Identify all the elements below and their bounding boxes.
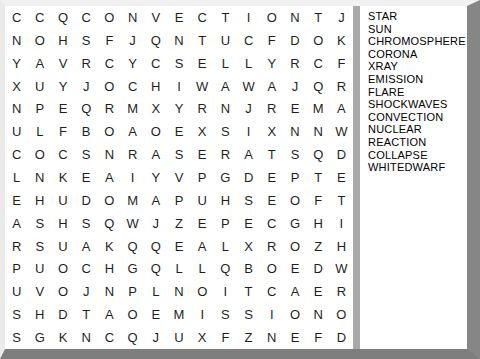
grid-cell[interactable]: H: [307, 212, 330, 235]
grid-cell[interactable]: G: [283, 212, 306, 235]
grid-cell[interactable]: E: [191, 52, 214, 75]
grid-cell[interactable]: D: [51, 303, 74, 326]
grid-cell[interactable]: B: [75, 120, 98, 143]
grid-cell[interactable]: H: [28, 303, 51, 326]
grid-cell[interactable]: F: [260, 29, 283, 52]
grid-cell[interactable]: O: [98, 120, 121, 143]
word-list-item: SHOCKWAVES: [368, 98, 467, 111]
grid-cell[interactable]: A: [283, 280, 306, 303]
grid-cell[interactable]: I: [191, 303, 214, 326]
grid-cell[interactable]: X: [237, 235, 260, 258]
grid-cell[interactable]: P: [121, 280, 144, 303]
grid-cell[interactable]: E: [75, 166, 98, 189]
grid-cell[interactable]: S: [5, 326, 28, 349]
word-list-item: COLLAPSE: [368, 149, 467, 162]
grid-cell[interactable]: P: [28, 97, 51, 120]
grid-cell[interactable]: N: [28, 166, 51, 189]
grid-cell[interactable]: A: [98, 166, 121, 189]
word-search-window: CCQCONVECTIONTJNOHSFJQNTUCFDOKYAVRCYCSEL…: [0, 0, 480, 359]
grid-cell[interactable]: P: [5, 258, 28, 281]
grid-cell[interactable]: E: [5, 189, 28, 212]
grid-cell[interactable]: W: [330, 120, 353, 143]
grid-cell[interactable]: H: [144, 75, 167, 98]
grid-cell[interactable]: M: [307, 97, 330, 120]
grid-cell[interactable]: X: [5, 75, 28, 98]
grid-cell[interactable]: U: [214, 29, 237, 52]
grid-cell[interactable]: F: [307, 189, 330, 212]
grid-cell[interactable]: U: [5, 120, 28, 143]
grid-cell[interactable]: X: [191, 120, 214, 143]
grid-cell[interactable]: J: [237, 97, 260, 120]
panel-divider: [353, 6, 360, 349]
grid-cell[interactable]: E: [191, 143, 214, 166]
grid-cell[interactable]: C: [121, 75, 144, 98]
grid-cell[interactable]: Z: [167, 212, 190, 235]
grid-cell[interactable]: A: [98, 303, 121, 326]
grid-cell[interactable]: L: [167, 258, 190, 281]
grid-cell[interactable]: R: [75, 52, 98, 75]
grid-cell[interactable]: A: [5, 212, 28, 235]
grid-cell[interactable]: R: [330, 75, 353, 98]
grid-cell[interactable]: U: [51, 189, 74, 212]
grid-cell[interactable]: J: [283, 75, 306, 98]
grid-cell[interactable]: E: [330, 166, 353, 189]
grid-cell[interactable]: J: [75, 75, 98, 98]
grid-cell[interactable]: O: [28, 29, 51, 52]
grid-cell[interactable]: K: [98, 235, 121, 258]
grid-cell[interactable]: X: [260, 120, 283, 143]
grid-cell[interactable]: D: [330, 326, 353, 349]
grid-cell[interactable]: G: [214, 166, 237, 189]
grid-cell[interactable]: A: [144, 143, 167, 166]
grid-cell[interactable]: N: [167, 29, 190, 52]
grid-cell[interactable]: E: [283, 258, 306, 281]
grid-cell[interactable]: E: [167, 120, 190, 143]
grid-cell[interactable]: O: [330, 303, 353, 326]
grid-cell[interactable]: E: [144, 303, 167, 326]
grid-cell[interactable]: U: [28, 75, 51, 98]
grid-cell[interactable]: F: [307, 326, 330, 349]
grid-cell[interactable]: Q: [51, 6, 74, 29]
grid-cell[interactable]: W: [330, 258, 353, 281]
word-list-item: NUCLEAR: [368, 123, 467, 136]
grid-cell[interactable]: O: [51, 258, 74, 281]
grid-cell[interactable]: N: [260, 326, 283, 349]
grid-cell[interactable]: O: [260, 258, 283, 281]
grid-cell[interactable]: J: [330, 6, 353, 29]
grid-cell[interactable]: E: [260, 189, 283, 212]
grid-cell[interactable]: D: [330, 143, 353, 166]
grid-cell[interactable]: N: [98, 280, 121, 303]
grid-cell[interactable]: N: [214, 97, 237, 120]
grid-cell[interactable]: E: [191, 212, 214, 235]
grid-cell[interactable]: L: [144, 280, 167, 303]
grid-cell[interactable]: N: [75, 326, 98, 349]
grid-cell[interactable]: A: [28, 52, 51, 75]
grid-cell[interactable]: Q: [214, 258, 237, 281]
grid-cell[interactable]: S: [75, 29, 98, 52]
grid-cell[interactable]: V: [144, 6, 167, 29]
grid-cell[interactable]: O: [98, 6, 121, 29]
grid-cell[interactable]: I: [237, 6, 260, 29]
grid-cell[interactable]: I: [237, 120, 260, 143]
grid-cell[interactable]: U: [167, 326, 190, 349]
grid-cell[interactable]: N: [5, 97, 28, 120]
grid-cell[interactable]: J: [121, 29, 144, 52]
grid-cell[interactable]: N: [307, 120, 330, 143]
grid-cell[interactable]: A: [330, 97, 353, 120]
grid-cell[interactable]: Z: [237, 326, 260, 349]
grid-cell[interactable]: U: [51, 235, 74, 258]
grid-cell[interactable]: Y: [144, 166, 167, 189]
word-list-item: WHITEDWARF: [368, 161, 467, 174]
grid-cell[interactable]: M: [121, 189, 144, 212]
grid-cell[interactable]: S: [283, 143, 306, 166]
grid-cell[interactable]: C: [307, 52, 330, 75]
grid-cell[interactable]: O: [283, 235, 306, 258]
grid-cell[interactable]: D: [283, 29, 306, 52]
grid-cell[interactable]: F: [214, 326, 237, 349]
grid-cell[interactable]: R: [121, 143, 144, 166]
grid-cell[interactable]: G: [28, 326, 51, 349]
grid-cell[interactable]: U: [28, 258, 51, 281]
grid-cell[interactable]: G: [121, 258, 144, 281]
grid-cell[interactable]: B: [237, 258, 260, 281]
grid-cell[interactable]: S: [237, 189, 260, 212]
grid-cell[interactable]: E: [237, 212, 260, 235]
grid-cell[interactable]: O: [51, 280, 74, 303]
grid-cell[interactable]: O: [144, 120, 167, 143]
grid-cell[interactable]: L: [5, 166, 28, 189]
grid-cell[interactable]: N: [283, 6, 306, 29]
grid-cell[interactable]: P: [283, 166, 306, 189]
grid-cell[interactable]: F: [98, 29, 121, 52]
grid-cell[interactable]: S: [75, 143, 98, 166]
grid-cell[interactable]: H: [51, 29, 74, 52]
grid-cell[interactable]: A: [121, 120, 144, 143]
grid-cell[interactable]: Z: [307, 235, 330, 258]
grid-cell[interactable]: R: [191, 97, 214, 120]
grid-cell[interactable]: L: [191, 258, 214, 281]
grid-cell[interactable]: O: [283, 303, 306, 326]
grid-cell[interactable]: A: [237, 143, 260, 166]
grid-cell[interactable]: E: [283, 97, 306, 120]
letter-grid: CCQCONVECTIONTJNOHSFJQNTUCFDOKYAVRCYCSEL…: [5, 6, 353, 349]
grid-cell[interactable]: S: [28, 212, 51, 235]
grid-cell[interactable]: E: [167, 6, 190, 29]
grid-cell[interactable]: D: [237, 166, 260, 189]
word-list-item: CONVECTION: [368, 111, 467, 124]
grid-cell[interactable]: Y: [167, 97, 190, 120]
grid-cell[interactable]: T: [330, 189, 353, 212]
grid-cell[interactable]: C: [75, 258, 98, 281]
grid-cell[interactable]: E: [260, 166, 283, 189]
grid-cell[interactable]: C: [237, 29, 260, 52]
grid-cell[interactable]: O: [191, 280, 214, 303]
grid-cell[interactable]: C: [191, 6, 214, 29]
grid-cell[interactable]: N: [283, 120, 306, 143]
grid-cell[interactable]: L: [28, 120, 51, 143]
grid-cell[interactable]: A: [144, 189, 167, 212]
grid-cell[interactable]: S: [167, 143, 190, 166]
grid-cell[interactable]: S: [5, 303, 28, 326]
grid-cell[interactable]: Y: [260, 52, 283, 75]
grid-cell[interactable]: W: [191, 75, 214, 98]
grid-cell[interactable]: N: [5, 29, 28, 52]
grid-cell[interactable]: D: [307, 258, 330, 281]
grid-cell[interactable]: J: [144, 326, 167, 349]
grid-cell[interactable]: L: [237, 52, 260, 75]
grid-cell[interactable]: H: [98, 258, 121, 281]
grid-cell[interactable]: R: [260, 97, 283, 120]
grid-cell[interactable]: O: [98, 189, 121, 212]
grid-cell[interactable]: T: [237, 280, 260, 303]
grid-cell[interactable]: N: [307, 303, 330, 326]
grid-cell[interactable]: O: [307, 29, 330, 52]
grid-cell[interactable]: C: [144, 52, 167, 75]
grid-cell[interactable]: Q: [307, 143, 330, 166]
grid-cell[interactable]: J: [144, 212, 167, 235]
word-list-item: CHROMOSPHERE: [368, 35, 467, 48]
word-list-item: XRAY: [368, 60, 467, 73]
grid-cell[interactable]: S: [237, 303, 260, 326]
grid-cell[interactable]: S: [167, 52, 190, 75]
grid-cell[interactable]: T: [260, 143, 283, 166]
grid-cell[interactable]: W: [121, 212, 144, 235]
grid-cell[interactable]: T: [191, 29, 214, 52]
grid-cell[interactable]: E: [283, 326, 306, 349]
grid-cell[interactable]: L: [214, 52, 237, 75]
grid-cell[interactable]: Q: [144, 29, 167, 52]
grid-cell[interactable]: C: [28, 6, 51, 29]
word-list-item: STAR: [368, 10, 467, 23]
grid-cell[interactable]: W: [237, 75, 260, 98]
grid-cell[interactable]: X: [191, 326, 214, 349]
grid-cell[interactable]: R: [330, 280, 353, 303]
grid-cell[interactable]: P: [167, 189, 190, 212]
grid-cell[interactable]: R: [283, 52, 306, 75]
grid-cell[interactable]: Y: [5, 52, 28, 75]
grid-cell[interactable]: Y: [121, 52, 144, 75]
grid-cell[interactable]: C: [260, 280, 283, 303]
grid-cell[interactable]: E: [167, 235, 190, 258]
grid-cell[interactable]: U: [191, 189, 214, 212]
grid-cell[interactable]: C: [5, 6, 28, 29]
grid-cell[interactable]: A: [260, 75, 283, 98]
grid-cell[interactable]: O: [28, 143, 51, 166]
grid-cell[interactable]: N: [121, 6, 144, 29]
grid-cell[interactable]: F: [330, 52, 353, 75]
grid-cell[interactable]: I: [121, 166, 144, 189]
grid-cell[interactable]: F: [51, 120, 74, 143]
grid-cell[interactable]: A: [75, 235, 98, 258]
grid-cell[interactable]: Q: [144, 235, 167, 258]
grid-cell[interactable]: Q: [121, 235, 144, 258]
word-list-item: EMISSION: [368, 73, 467, 86]
grid-cell[interactable]: P: [214, 212, 237, 235]
grid-cell[interactable]: E: [51, 97, 74, 120]
grid-cell[interactable]: Q: [121, 326, 144, 349]
grid-cell[interactable]: R: [214, 143, 237, 166]
grid-cell[interactable]: C: [75, 6, 98, 29]
grid-cell[interactable]: Q: [144, 258, 167, 281]
grid-cell[interactable]: Y: [51, 75, 74, 98]
grid-cell[interactable]: V: [167, 166, 190, 189]
grid-cell[interactable]: H: [28, 189, 51, 212]
grid-cell[interactable]: M: [167, 303, 190, 326]
grid-cell[interactable]: I: [214, 280, 237, 303]
grid-cell[interactable]: O: [260, 6, 283, 29]
grid-cell[interactable]: D: [75, 189, 98, 212]
grid-cell[interactable]: Q: [98, 212, 121, 235]
grid-cell[interactable]: O: [98, 75, 121, 98]
grid-cell[interactable]: H: [330, 235, 353, 258]
word-list-item: REACTION: [368, 136, 467, 149]
grid-cell[interactable]: Q: [307, 75, 330, 98]
word-list: STARSUNCHROMOSPHERECORONAXRAYEMISSIONFLA…: [360, 6, 467, 349]
grid-cell[interactable]: I: [167, 75, 190, 98]
grid-cell[interactable]: U: [5, 280, 28, 303]
word-list-item: FLARE: [368, 86, 467, 99]
grid-cell[interactable]: C: [98, 52, 121, 75]
window-content: CCQCONVECTIONTJNOHSFJQNTUCFDOKYAVRCYCSEL…: [5, 6, 467, 349]
grid-cell[interactable]: T: [307, 166, 330, 189]
grid-cell[interactable]: K: [51, 326, 74, 349]
grid-cell[interactable]: J: [75, 280, 98, 303]
grid-cell[interactable]: M: [121, 97, 144, 120]
grid-cell[interactable]: S: [214, 120, 237, 143]
grid-cell[interactable]: C: [51, 143, 74, 166]
grid-cell[interactable]: H: [214, 189, 237, 212]
grid-cell[interactable]: P: [191, 166, 214, 189]
grid-cell[interactable]: N: [167, 280, 190, 303]
grid-cell[interactable]: C: [98, 326, 121, 349]
grid-cell[interactable]: O: [121, 303, 144, 326]
grid-cell[interactable]: E: [307, 280, 330, 303]
grid-cell[interactable]: C: [260, 212, 283, 235]
word-list-item: SUN: [368, 23, 467, 36]
grid-cell[interactable]: C: [5, 143, 28, 166]
grid-cell[interactable]: R: [5, 235, 28, 258]
grid-cell[interactable]: S: [75, 212, 98, 235]
grid-cell[interactable]: R: [260, 235, 283, 258]
grid-cell[interactable]: N: [98, 143, 121, 166]
grid-cell[interactable]: X: [144, 97, 167, 120]
grid-cell[interactable]: A: [214, 75, 237, 98]
grid-cell[interactable]: K: [51, 166, 74, 189]
grid-cell[interactable]: V: [28, 280, 51, 303]
grid-cell[interactable]: V: [51, 52, 74, 75]
grid-cell[interactable]: T: [214, 6, 237, 29]
grid-cell[interactable]: O: [283, 189, 306, 212]
grid-cell[interactable]: T: [75, 303, 98, 326]
grid-cell[interactable]: S: [214, 303, 237, 326]
word-list-item: CORONA: [368, 48, 467, 61]
grid-cell[interactable]: R: [98, 97, 121, 120]
grid-cell[interactable]: I: [330, 212, 353, 235]
grid-cell[interactable]: I: [260, 303, 283, 326]
grid-cell[interactable]: T: [307, 6, 330, 29]
grid-cell[interactable]: A: [191, 235, 214, 258]
grid-cell[interactable]: H: [51, 212, 74, 235]
grid-cell[interactable]: K: [330, 29, 353, 52]
grid-cell[interactable]: S: [28, 235, 51, 258]
grid-cell[interactable]: Q: [75, 97, 98, 120]
grid-cell[interactable]: L: [214, 235, 237, 258]
